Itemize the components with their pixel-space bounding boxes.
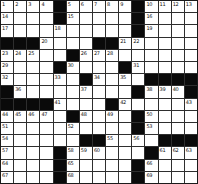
clue-number: 59	[81, 147, 87, 153]
white-cell[interactable]	[172, 160, 184, 171]
clue-number: 44	[2, 111, 8, 117]
white-cell[interactable]: 26	[80, 50, 92, 61]
clue-number: 25	[28, 50, 34, 56]
white-cell[interactable]	[80, 160, 92, 171]
white-cell[interactable]: 36	[14, 86, 26, 97]
black-cell	[54, 172, 66, 183]
white-cell[interactable]: 30	[67, 62, 79, 73]
black-cell	[185, 74, 197, 85]
white-cell[interactable]	[40, 50, 52, 61]
white-cell[interactable]	[185, 160, 197, 171]
white-cell[interactable]: 27	[93, 50, 105, 61]
white-cell[interactable]: 2	[14, 1, 26, 12]
white-cell[interactable]: 21	[119, 38, 131, 49]
clue-number: 9	[120, 1, 123, 7]
white-cell[interactable]: 35	[119, 74, 131, 85]
white-cell[interactable]	[40, 74, 52, 85]
clue-number: 36	[15, 86, 21, 92]
white-cell[interactable]	[14, 160, 26, 171]
white-cell[interactable]: 41	[54, 99, 66, 110]
black-cell	[80, 74, 92, 85]
clue-number: 5	[68, 1, 71, 7]
white-cell[interactable]	[159, 25, 171, 36]
clue-number: 22	[133, 38, 139, 44]
clue-number: 66	[146, 160, 152, 166]
clue-number: 4	[41, 1, 44, 7]
white-cell[interactable]: 66	[145, 160, 157, 171]
black-cell	[54, 62, 66, 73]
black-cell	[54, 1, 66, 12]
white-cell[interactable]	[27, 123, 39, 134]
white-cell[interactable]	[14, 123, 26, 134]
black-cell	[14, 38, 26, 49]
white-cell[interactable]	[119, 123, 131, 134]
white-cell[interactable]	[185, 25, 197, 36]
white-cell[interactable]	[159, 99, 171, 110]
white-cell[interactable]	[67, 25, 79, 36]
white-cell[interactable]	[93, 62, 105, 73]
black-cell	[1, 86, 13, 97]
white-cell[interactable]: 3	[27, 1, 39, 12]
black-cell	[132, 25, 144, 36]
black-cell	[132, 1, 144, 12]
clue-number: 53	[146, 123, 152, 129]
white-cell[interactable]: 1	[1, 1, 13, 12]
clue-number: 29	[2, 62, 8, 68]
white-cell[interactable]: 20	[40, 38, 52, 49]
white-cell[interactable]: 33	[54, 74, 66, 85]
clue-number: 45	[15, 111, 21, 117]
white-cell[interactable]	[106, 86, 118, 97]
clue-number: 20	[41, 38, 47, 44]
clue-number: 15	[68, 13, 74, 19]
black-cell	[1, 99, 13, 110]
white-cell[interactable]: 48	[80, 111, 92, 122]
white-cell[interactable]	[80, 38, 92, 49]
clue-number: 6	[81, 1, 84, 7]
clue-number: 68	[68, 172, 74, 178]
clue-number: 69	[146, 172, 152, 178]
white-cell[interactable]	[14, 62, 26, 73]
white-cell[interactable]	[14, 25, 26, 36]
white-cell[interactable]	[185, 62, 197, 73]
white-cell[interactable]	[145, 38, 157, 49]
black-cell	[1, 38, 13, 49]
white-cell[interactable]: 40	[172, 86, 184, 97]
black-cell	[172, 74, 184, 85]
clue-number: 46	[28, 111, 34, 117]
black-cell	[27, 99, 39, 110]
white-cell[interactable]	[172, 172, 184, 183]
white-cell[interactable]	[27, 62, 39, 73]
white-cell[interactable]	[119, 13, 131, 24]
white-cell[interactable]: 43	[185, 99, 197, 110]
clue-number: 34	[94, 74, 100, 80]
white-cell[interactable]: 64	[1, 160, 13, 171]
clue-number: 54	[2, 135, 8, 141]
clue-number: 23	[2, 50, 8, 56]
clue-number: 55	[107, 135, 113, 141]
clue-number: 60	[94, 147, 100, 153]
black-cell	[106, 38, 118, 49]
black-cell	[132, 86, 144, 97]
white-cell[interactable]	[172, 111, 184, 122]
black-cell	[132, 123, 144, 134]
clue-number: 32	[2, 74, 8, 80]
white-cell[interactable]	[132, 74, 144, 85]
white-cell[interactable]: 32	[1, 74, 13, 85]
crossword-grid: 1234567891011121314151617181920212223242…	[0, 0, 198, 184]
white-cell[interactable]	[106, 13, 118, 24]
white-cell[interactable]	[159, 172, 171, 183]
black-cell	[185, 86, 197, 97]
white-cell[interactable]	[14, 172, 26, 183]
white-cell[interactable]	[159, 62, 171, 73]
clue-number: 19	[146, 25, 152, 31]
white-cell[interactable]	[80, 172, 92, 183]
white-cell[interactable]	[40, 172, 52, 183]
clue-number: 33	[55, 74, 61, 80]
white-cell[interactable]	[119, 160, 131, 171]
clue-number: 48	[81, 111, 87, 117]
white-cell[interactable]	[67, 74, 79, 85]
white-cell[interactable]	[185, 123, 197, 134]
clue-number: 62	[173, 147, 179, 153]
clue-number: 27	[94, 50, 100, 56]
clue-number: 2	[15, 1, 18, 7]
clue-number: 52	[68, 123, 74, 129]
white-cell[interactable]: 12	[172, 1, 184, 12]
white-cell[interactable]: 28	[106, 50, 118, 61]
clue-number: 42	[120, 99, 126, 105]
white-cell[interactable]	[132, 147, 144, 158]
white-cell[interactable]: 6	[80, 1, 92, 12]
white-cell[interactable]: 4	[40, 1, 52, 12]
black-cell	[159, 74, 171, 85]
black-cell	[185, 135, 197, 146]
clue-number: 13	[186, 1, 192, 7]
white-cell[interactable]	[119, 147, 131, 158]
black-cell	[54, 160, 66, 171]
white-cell[interactable]: 15	[67, 13, 79, 24]
clue-number: 10	[146, 1, 152, 7]
white-cell[interactable]	[93, 13, 105, 24]
white-cell[interactable]	[159, 13, 171, 24]
white-cell[interactable]	[185, 38, 197, 49]
white-cell[interactable]	[185, 111, 197, 122]
black-cell	[172, 135, 184, 146]
black-cell	[132, 111, 144, 122]
black-cell	[119, 62, 131, 73]
white-cell[interactable]	[14, 147, 26, 158]
white-cell[interactable]	[106, 123, 118, 134]
white-cell[interactable]	[40, 123, 52, 134]
clue-number: 38	[146, 86, 152, 92]
white-cell[interactable]	[132, 50, 144, 61]
white-cell[interactable]: 5	[67, 1, 79, 12]
white-cell[interactable]	[40, 25, 52, 36]
white-cell[interactable]: 57	[1, 147, 13, 158]
white-cell[interactable]	[145, 135, 157, 146]
white-cell[interactable]: 69	[145, 172, 157, 183]
clue-number: 18	[55, 25, 61, 31]
white-cell[interactable]: 51	[1, 123, 13, 134]
white-cell[interactable]	[119, 25, 131, 36]
white-cell[interactable]	[106, 74, 118, 85]
white-cell[interactable]: 22	[132, 38, 144, 49]
clue-number: 24	[15, 50, 21, 56]
white-cell[interactable]	[172, 38, 184, 49]
white-cell[interactable]: 42	[119, 99, 131, 110]
white-cell[interactable]	[14, 135, 26, 146]
white-cell[interactable]	[119, 111, 131, 122]
clue-number: 41	[55, 99, 61, 105]
black-cell	[67, 111, 79, 122]
white-cell[interactable]: 56	[132, 135, 144, 146]
white-cell[interactable]: 34	[93, 74, 105, 85]
white-cell[interactable]	[145, 50, 157, 61]
clue-number: 65	[68, 160, 74, 166]
white-cell[interactable]: 58	[67, 147, 79, 158]
white-cell[interactable]	[185, 172, 197, 183]
black-cell	[145, 147, 157, 158]
white-cell[interactable]	[106, 25, 118, 36]
white-cell[interactable]: 63	[185, 147, 197, 158]
white-cell[interactable]: 17	[1, 25, 13, 36]
white-cell[interactable]	[80, 123, 92, 134]
white-cell[interactable]	[80, 99, 92, 110]
white-cell[interactable]	[93, 111, 105, 122]
white-cell[interactable]	[40, 135, 52, 146]
white-cell[interactable]: 60	[93, 147, 105, 158]
white-cell[interactable]: 68	[67, 172, 79, 183]
white-cell[interactable]	[159, 160, 171, 171]
white-cell[interactable]	[93, 99, 105, 110]
black-cell	[159, 135, 171, 146]
white-cell[interactable]	[106, 147, 118, 158]
white-cell[interactable]	[172, 25, 184, 36]
clue-number: 64	[2, 160, 8, 166]
white-cell[interactable]: 37	[80, 86, 92, 97]
white-cell[interactable]	[93, 172, 105, 183]
white-cell[interactable]	[106, 160, 118, 171]
clue-number: 56	[133, 135, 139, 141]
clue-number: 47	[41, 111, 47, 117]
white-cell[interactable]	[119, 50, 131, 61]
white-cell[interactable]	[14, 74, 26, 85]
clue-number: 3	[28, 1, 31, 7]
white-cell[interactable]	[145, 99, 157, 110]
black-cell	[145, 74, 157, 85]
white-cell[interactable]	[159, 111, 171, 122]
white-cell[interactable]	[54, 38, 66, 49]
clue-number: 50	[146, 111, 152, 117]
white-cell[interactable]	[67, 86, 79, 97]
clue-number: 16	[146, 13, 152, 19]
white-cell[interactable]: 54	[1, 135, 13, 146]
clue-number: 31	[133, 62, 139, 68]
white-cell[interactable]: 31	[132, 62, 144, 73]
white-cell[interactable]	[106, 62, 118, 73]
white-cell[interactable]	[80, 13, 92, 24]
white-cell[interactable]: 19	[145, 25, 157, 36]
black-cell	[40, 99, 52, 110]
white-cell[interactable]	[80, 62, 92, 73]
clue-number: 37	[81, 86, 87, 92]
white-cell[interactable]	[93, 160, 105, 171]
clue-number: 17	[2, 25, 8, 31]
white-cell[interactable]: 47	[40, 111, 52, 122]
white-cell[interactable]: 55	[106, 135, 118, 146]
white-cell[interactable]: 7	[93, 1, 105, 12]
black-cell	[80, 135, 92, 146]
white-cell[interactable]: 14	[1, 13, 13, 24]
clue-number: 43	[186, 99, 192, 105]
black-cell	[93, 135, 105, 146]
white-cell[interactable]: 67	[1, 172, 13, 183]
white-cell[interactable]	[54, 86, 66, 97]
white-cell[interactable]: 50	[145, 111, 157, 122]
white-cell[interactable]: 10	[145, 1, 157, 12]
white-cell[interactable]	[132, 99, 144, 110]
white-cell[interactable]	[27, 172, 39, 183]
clue-number: 12	[173, 1, 179, 7]
white-cell[interactable]	[14, 13, 26, 24]
white-cell[interactable]	[40, 147, 52, 158]
white-cell[interactable]: 59	[80, 147, 92, 158]
white-cell[interactable]: 53	[145, 123, 157, 134]
white-cell[interactable]	[27, 13, 39, 24]
white-cell[interactable]	[145, 62, 157, 73]
clue-number: 11	[160, 1, 166, 7]
white-cell[interactable]	[172, 13, 184, 24]
clue-number: 28	[107, 50, 113, 56]
white-cell[interactable]	[67, 38, 79, 49]
black-cell	[132, 13, 144, 24]
black-cell	[132, 172, 144, 183]
clue-number: 40	[173, 86, 179, 92]
white-cell[interactable]: 23	[1, 50, 13, 61]
white-cell[interactable]	[40, 86, 52, 97]
white-cell[interactable]: 25	[27, 50, 39, 61]
black-cell	[54, 13, 66, 24]
clue-number: 1	[2, 1, 5, 7]
white-cell[interactable]	[27, 86, 39, 97]
white-cell[interactable]	[172, 123, 184, 134]
black-cell	[67, 50, 79, 61]
clue-number: 8	[107, 1, 110, 7]
white-cell[interactable]: 44	[1, 111, 13, 122]
clue-number: 57	[2, 147, 8, 153]
white-cell[interactable]	[40, 62, 52, 73]
black-cell	[27, 38, 39, 49]
white-cell[interactable]	[159, 123, 171, 134]
white-cell[interactable]	[119, 135, 131, 146]
white-cell[interactable]: 49	[106, 111, 118, 122]
white-cell[interactable]	[159, 50, 171, 61]
white-cell[interactable]	[119, 172, 131, 183]
white-cell[interactable]: 9	[119, 1, 131, 12]
white-cell[interactable]	[54, 111, 66, 122]
clue-number: 67	[2, 172, 8, 178]
white-cell[interactable]	[172, 99, 184, 110]
white-cell[interactable]	[54, 135, 66, 146]
white-cell[interactable]	[67, 135, 79, 146]
white-cell[interactable]: 52	[67, 123, 79, 134]
clue-number: 61	[160, 147, 166, 153]
clue-number: 30	[68, 62, 74, 68]
black-cell	[54, 147, 66, 158]
white-cell[interactable]: 62	[172, 147, 184, 158]
black-cell	[93, 38, 105, 49]
white-cell[interactable]: 8	[106, 1, 118, 12]
white-cell[interactable]	[106, 172, 118, 183]
white-cell[interactable]	[172, 62, 184, 73]
clue-number: 7	[94, 1, 97, 7]
white-cell[interactable]: 13	[185, 1, 197, 12]
white-cell[interactable]	[93, 86, 105, 97]
white-cell[interactable]	[93, 123, 105, 134]
white-cell[interactable]	[172, 50, 184, 61]
white-cell[interactable]	[27, 74, 39, 85]
clue-number: 51	[2, 123, 8, 129]
black-cell	[14, 99, 26, 110]
white-cell[interactable]: 38	[145, 86, 157, 97]
clue-number: 21	[120, 38, 126, 44]
clue-number: 58	[68, 147, 74, 153]
white-cell[interactable]: 29	[1, 62, 13, 73]
white-cell[interactable]	[93, 25, 105, 36]
white-cell[interactable]	[80, 25, 92, 36]
clue-number: 49	[107, 111, 113, 117]
white-cell[interactable]: 39	[159, 86, 171, 97]
white-cell[interactable]: 46	[27, 111, 39, 122]
white-cell[interactable]	[67, 99, 79, 110]
white-cell[interactable]	[40, 13, 52, 24]
clue-number: 39	[160, 86, 166, 92]
white-cell[interactable]	[40, 160, 52, 171]
white-cell[interactable]	[185, 13, 197, 24]
white-cell[interactable]	[119, 86, 131, 97]
white-cell[interactable]	[27, 25, 39, 36]
clue-number: 26	[81, 50, 87, 56]
clue-number: 35	[120, 74, 126, 80]
white-cell[interactable]: 61	[159, 147, 171, 158]
white-cell[interactable]	[27, 135, 39, 146]
clue-number: 14	[2, 13, 8, 19]
white-cell[interactable]: 24	[14, 50, 26, 61]
white-cell[interactable]: 45	[14, 111, 26, 122]
white-cell[interactable]	[159, 38, 171, 49]
white-cell[interactable]: 65	[67, 160, 79, 171]
white-cell[interactable]	[185, 50, 197, 61]
white-cell[interactable]	[54, 50, 66, 61]
white-cell[interactable]	[54, 123, 66, 134]
white-cell[interactable]: 11	[159, 1, 171, 12]
white-cell[interactable]	[27, 147, 39, 158]
clue-number: 63	[186, 147, 192, 153]
black-cell	[132, 160, 144, 171]
white-cell[interactable]: 18	[54, 25, 66, 36]
white-cell[interactable]: 16	[145, 13, 157, 24]
white-cell[interactable]	[27, 160, 39, 171]
black-cell	[106, 99, 118, 110]
